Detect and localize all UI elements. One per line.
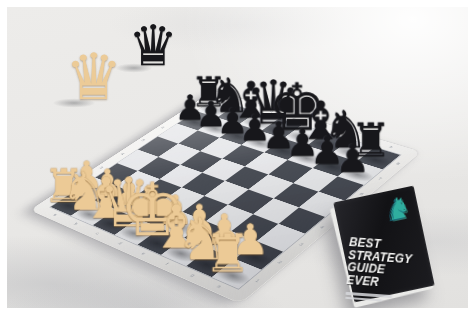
coord-label: h xyxy=(215,285,222,290)
pixel-knight-icon: ♞ xyxy=(382,192,413,226)
coord-label: 2 xyxy=(276,261,283,265)
black-pawn-h7[interactable]: ♟ xyxy=(335,139,370,178)
coord-label: 1 xyxy=(253,279,260,283)
extra-black-queen[interactable]: ♛ xyxy=(128,18,178,74)
coord-label: f xyxy=(164,262,169,266)
booklet-fine-print xyxy=(345,292,409,303)
strategy-guide-booklet: ♞ BEST STRATEGY GUIDE EVER xyxy=(333,186,434,303)
coord-label: 5 xyxy=(140,139,146,142)
extra-white-queen[interactable]: ♛ xyxy=(65,45,122,109)
coord-label: 7 xyxy=(377,177,383,181)
coord-label: g xyxy=(189,273,196,277)
coord-label: b xyxy=(72,222,78,226)
booklet-cover: ♞ BEST STRATEGY GUIDE EVER xyxy=(333,186,434,303)
marble-table-surface: ♜♞♝♛♚♝♞♜♟♟♟♟♟♟♟♟♟♟♟♟♟♟♟♟♜♞♝♛♚♝♞♜ aabbccd… xyxy=(7,7,468,308)
coord-label: 4 xyxy=(119,153,125,156)
booklet-title: BEST STRATEGY GUIDE EVER xyxy=(345,236,413,306)
coord-label: 3 xyxy=(298,243,304,247)
white-rook-h1[interactable]: ♜ xyxy=(204,227,251,280)
white-queen-icon: ♛ xyxy=(65,45,122,109)
coord-label: 6 xyxy=(160,126,165,129)
coord-label: a xyxy=(52,213,58,217)
coord-label: 4 xyxy=(319,225,325,229)
black-queen-icon: ♛ xyxy=(128,18,178,74)
coord-label: e xyxy=(140,252,146,256)
coord-label: 8 xyxy=(395,162,401,165)
